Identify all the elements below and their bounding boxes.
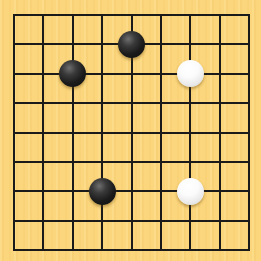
board-intersection-r5c7[interactable]	[176, 118, 205, 147]
black-stone-glyph: ●	[92, 179, 113, 203]
board-intersection-r1c7[interactable]	[176, 0, 205, 29]
board-intersection-r1c8[interactable]	[205, 0, 234, 29]
board-intersection-r7c9[interactable]	[234, 177, 261, 206]
white-stone: ○	[177, 178, 204, 205]
board-intersection-r2c4[interactable]	[87, 30, 116, 59]
black-stone-glyph: ●	[62, 62, 83, 86]
board-intersection-r1c6[interactable]	[146, 0, 175, 29]
board-intersection-r5c4[interactable]	[87, 118, 116, 147]
board-intersection-r4c1[interactable]	[0, 88, 29, 117]
board-intersection-r2c5[interactable]: ●	[117, 30, 146, 59]
board-intersection-r1c5[interactable]	[117, 0, 146, 29]
board-intersection-r1c1[interactable]	[0, 0, 29, 29]
board-intersection-r4c4[interactable]	[87, 88, 116, 117]
board-intersection-r5c8[interactable]	[205, 118, 234, 147]
board-intersection-r3c5[interactable]	[117, 59, 146, 88]
board-intersection-r8c1[interactable]	[0, 206, 29, 235]
board-intersection-r2c8[interactable]	[205, 30, 234, 59]
white-stone: ○	[177, 60, 204, 87]
board-intersection-r1c4[interactable]	[87, 0, 116, 29]
board-intersection-r6c6[interactable]	[146, 147, 175, 176]
board-intersection-r3c2[interactable]	[29, 59, 58, 88]
board-intersection-r6c9[interactable]	[234, 147, 261, 176]
board-intersection-r8c6[interactable]	[146, 206, 175, 235]
board-intersection-r1c9[interactable]	[234, 0, 261, 29]
board-intersection-r6c1[interactable]	[0, 147, 29, 176]
board-intersection-r9c8[interactable]	[205, 235, 234, 261]
board-intersection-r3c7[interactable]: ○	[176, 59, 205, 88]
board-intersection-r9c2[interactable]	[29, 235, 58, 261]
board-intersection-r2c1[interactable]	[0, 30, 29, 59]
board-intersection-r7c5[interactable]	[117, 177, 146, 206]
black-stone-glyph: ●	[121, 32, 142, 56]
board-intersection-r6c3[interactable]	[58, 147, 87, 176]
board-intersection-r4c9[interactable]	[234, 88, 261, 117]
board-intersection-r7c6[interactable]	[146, 177, 175, 206]
board-intersection-r3c1[interactable]	[0, 59, 29, 88]
board-intersection-r7c2[interactable]	[29, 177, 58, 206]
white-stone-glyph: ○	[180, 179, 201, 203]
board-intersection-r3c9[interactable]	[234, 59, 261, 88]
board-intersection-r9c5[interactable]	[117, 235, 146, 261]
board-intersection-r7c4[interactable]: ●	[87, 177, 116, 206]
board-intersection-r7c8[interactable]	[205, 177, 234, 206]
black-stone: ●	[59, 60, 86, 87]
board-intersection-r7c3[interactable]	[58, 177, 87, 206]
board-intersection-r2c2[interactable]	[29, 30, 58, 59]
board-intersection-r8c9[interactable]	[234, 206, 261, 235]
board-intersection-r9c9[interactable]	[234, 235, 261, 261]
board-intersection-r6c2[interactable]	[29, 147, 58, 176]
board-intersection-r2c7[interactable]	[176, 30, 205, 59]
board-intersection-r5c1[interactable]	[0, 118, 29, 147]
board-intersection-r5c2[interactable]	[29, 118, 58, 147]
board-intersection-r4c8[interactable]	[205, 88, 234, 117]
board-intersection-r8c7[interactable]	[176, 206, 205, 235]
go-board: ●●○●○	[0, 0, 261, 261]
board-intersection-r4c2[interactable]	[29, 88, 58, 117]
board-intersection-r4c6[interactable]	[146, 88, 175, 117]
board-intersection-r8c2[interactable]	[29, 206, 58, 235]
board-intersection-r8c8[interactable]	[205, 206, 234, 235]
board-intersections: ●●○●○	[0, 0, 261, 261]
board-intersection-r8c4[interactable]	[87, 206, 116, 235]
black-stone: ●	[89, 178, 116, 205]
board-intersection-r8c3[interactable]	[58, 206, 87, 235]
board-intersection-r4c3[interactable]	[58, 88, 87, 117]
board-intersection-r9c7[interactable]	[176, 235, 205, 261]
board-intersection-r5c6[interactable]	[146, 118, 175, 147]
board-intersection-r3c8[interactable]	[205, 59, 234, 88]
board-intersection-r9c4[interactable]	[87, 235, 116, 261]
board-intersection-r8c5[interactable]	[117, 206, 146, 235]
board-intersection-r5c3[interactable]	[58, 118, 87, 147]
board-intersection-r6c8[interactable]	[205, 147, 234, 176]
board-intersection-r1c3[interactable]	[58, 0, 87, 29]
board-intersection-r2c6[interactable]	[146, 30, 175, 59]
board-intersection-r1c2[interactable]	[29, 0, 58, 29]
board-intersection-r4c7[interactable]	[176, 88, 205, 117]
board-intersection-r5c5[interactable]	[117, 118, 146, 147]
board-intersection-r6c7[interactable]	[176, 147, 205, 176]
board-intersection-r9c1[interactable]	[0, 235, 29, 261]
black-stone: ●	[118, 31, 145, 58]
board-intersection-r2c3[interactable]	[58, 30, 87, 59]
board-intersection-r4c5[interactable]	[117, 88, 146, 117]
board-intersection-r9c3[interactable]	[58, 235, 87, 261]
board-intersection-r9c6[interactable]	[146, 235, 175, 261]
board-intersection-r3c4[interactable]	[87, 59, 116, 88]
board-intersection-r7c7[interactable]: ○	[176, 177, 205, 206]
board-intersection-r6c4[interactable]	[87, 147, 116, 176]
board-intersection-r3c3[interactable]: ●	[58, 59, 87, 88]
board-intersection-r3c6[interactable]	[146, 59, 175, 88]
board-intersection-r6c5[interactable]	[117, 147, 146, 176]
board-intersection-r2c9[interactable]	[234, 30, 261, 59]
board-intersection-r5c9[interactable]	[234, 118, 261, 147]
board-intersection-r7c1[interactable]	[0, 177, 29, 206]
white-stone-glyph: ○	[180, 62, 201, 86]
